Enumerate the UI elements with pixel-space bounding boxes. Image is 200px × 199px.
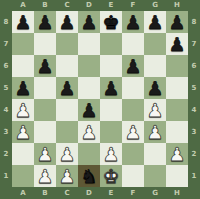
rank-label-1: 1	[188, 165, 200, 187]
square-e5[interactable]: ♟	[100, 77, 122, 99]
square-f3[interactable]: ♟	[122, 121, 144, 143]
white-pawn[interactable]: ♟	[146, 99, 163, 121]
square-g1[interactable]	[144, 165, 166, 187]
white-pawn[interactable]: ♟	[146, 121, 163, 143]
white-pawn[interactable]: ♟	[58, 165, 75, 187]
white-pawn[interactable]: ♟	[58, 143, 75, 165]
square-c4[interactable]	[56, 99, 78, 121]
rank-label-4: 4	[0, 99, 12, 121]
white-pawn[interactable]: ♟	[36, 143, 53, 165]
black-pawn[interactable]: ♟	[124, 11, 141, 33]
rank-label-1: 1	[0, 165, 12, 187]
rank-label-2: 2	[188, 143, 200, 165]
file-label-g: G	[144, 0, 166, 11]
file-label-f: F	[122, 0, 144, 11]
square-c1[interactable]: ♟	[56, 165, 78, 187]
square-b6[interactable]: ♟	[34, 55, 56, 77]
rank-label-5: 5	[188, 77, 200, 99]
file-label-e: E	[100, 187, 122, 199]
file-label-b: B	[34, 187, 56, 199]
square-a3[interactable]: ♟	[12, 121, 34, 143]
square-c7[interactable]	[56, 33, 78, 55]
white-pawn[interactable]: ♟	[124, 121, 141, 143]
rank-label-8: 8	[188, 11, 200, 33]
square-c3[interactable]	[56, 121, 78, 143]
square-d3[interactable]: ♟	[78, 121, 100, 143]
square-e4[interactable]	[100, 99, 122, 121]
black-pawn[interactable]: ♟	[80, 11, 97, 33]
rank-label-3: 3	[188, 121, 200, 143]
square-h3[interactable]	[166, 121, 188, 143]
black-pawn[interactable]: ♟	[36, 11, 53, 33]
square-g3[interactable]: ♟	[144, 121, 166, 143]
square-d2[interactable]	[78, 143, 100, 165]
square-a8[interactable]: ♟	[12, 11, 34, 33]
square-e2[interactable]: ♟	[100, 143, 122, 165]
square-b5[interactable]	[34, 77, 56, 99]
square-e8[interactable]: ♚	[100, 11, 122, 33]
rank-label-5: 5	[0, 77, 12, 99]
black-pawn[interactable]: ♟	[80, 99, 97, 121]
square-f8[interactable]: ♟	[122, 11, 144, 33]
black-king[interactable]: ♚	[102, 11, 119, 33]
square-f4[interactable]	[122, 99, 144, 121]
square-f7[interactable]	[122, 33, 144, 55]
rank-label-6: 6	[0, 55, 12, 77]
square-a1[interactable]	[12, 165, 34, 187]
rank-label-4: 4	[188, 99, 200, 121]
file-label-b: B	[34, 0, 56, 11]
square-b1[interactable]: ♟	[34, 165, 56, 187]
file-label-a: A	[12, 187, 34, 199]
square-b7[interactable]	[34, 33, 56, 55]
square-h8[interactable]: ♟	[166, 11, 188, 33]
square-d5[interactable]	[78, 77, 100, 99]
chess-app: ♟♟♟♟♚♟♟♟♟♟♟♟♟♟♟♟♟♟♟♟♟♟♟♟♟♟♟♟♞♚ AABBCCDDE…	[0, 0, 200, 199]
square-e6[interactable]	[100, 55, 122, 77]
square-c2[interactable]: ♟	[56, 143, 78, 165]
square-h1[interactable]	[166, 165, 188, 187]
square-g8[interactable]: ♟	[144, 11, 166, 33]
square-g7[interactable]	[144, 33, 166, 55]
square-h6[interactable]	[166, 55, 188, 77]
rank-label-2: 2	[0, 143, 12, 165]
square-e7[interactable]	[100, 33, 122, 55]
black-pawn[interactable]: ♟	[58, 77, 75, 99]
square-h2[interactable]: ♟	[166, 143, 188, 165]
square-d6[interactable]	[78, 55, 100, 77]
white-pawn[interactable]: ♟	[168, 143, 185, 165]
file-label-h: H	[166, 0, 188, 11]
square-f1[interactable]	[122, 165, 144, 187]
file-label-d: D	[78, 0, 100, 11]
square-d7[interactable]	[78, 33, 100, 55]
file-label-c: C	[56, 187, 78, 199]
file-label-f: F	[122, 187, 144, 199]
square-f6[interactable]: ♟	[122, 55, 144, 77]
square-e3[interactable]	[100, 121, 122, 143]
black-knight[interactable]: ♞	[80, 165, 97, 187]
black-pawn[interactable]: ♟	[14, 11, 31, 33]
square-g5[interactable]: ♟	[144, 77, 166, 99]
black-pawn[interactable]: ♟	[36, 55, 53, 77]
square-f2[interactable]	[122, 143, 144, 165]
file-label-g: G	[144, 187, 166, 199]
square-h5[interactable]	[166, 77, 188, 99]
square-a2[interactable]	[12, 143, 34, 165]
rank-label-6: 6	[188, 55, 200, 77]
file-label-e: E	[100, 0, 122, 11]
black-pawn[interactable]: ♟	[14, 77, 31, 99]
square-b4[interactable]	[34, 99, 56, 121]
square-c5[interactable]: ♟	[56, 77, 78, 99]
file-label-c: C	[56, 0, 78, 11]
white-pawn[interactable]: ♟	[14, 121, 31, 143]
square-c8[interactable]: ♟	[56, 11, 78, 33]
square-g4[interactable]: ♟	[144, 99, 166, 121]
chess-board: ♟♟♟♟♚♟♟♟♟♟♟♟♟♟♟♟♟♟♟♟♟♟♟♟♟♟♟♟♞♚	[12, 11, 188, 187]
black-pawn[interactable]: ♟	[168, 11, 185, 33]
rank-label-7: 7	[0, 33, 12, 55]
square-a4[interactable]: ♟	[12, 99, 34, 121]
black-pawn[interactable]: ♟	[58, 11, 75, 33]
black-pawn[interactable]: ♟	[124, 55, 141, 77]
black-pawn[interactable]: ♟	[146, 11, 163, 33]
file-label-h: H	[166, 187, 188, 199]
white-pawn[interactable]: ♟	[102, 143, 119, 165]
white-pawn[interactable]: ♟	[36, 165, 53, 187]
square-b8[interactable]: ♟	[34, 11, 56, 33]
white-king[interactable]: ♚	[102, 165, 119, 187]
file-label-d: D	[78, 187, 100, 199]
square-h4[interactable]	[166, 99, 188, 121]
square-b3[interactable]	[34, 121, 56, 143]
white-pawn[interactable]: ♟	[80, 121, 97, 143]
square-e1[interactable]: ♚	[100, 165, 122, 187]
square-b2[interactable]: ♟	[34, 143, 56, 165]
rank-label-7: 7	[188, 33, 200, 55]
square-a7[interactable]	[12, 33, 34, 55]
square-f5[interactable]	[122, 77, 144, 99]
square-d1[interactable]: ♞	[78, 165, 100, 187]
square-d8[interactable]: ♟	[78, 11, 100, 33]
black-pawn[interactable]: ♟	[168, 33, 185, 55]
square-a5[interactable]: ♟	[12, 77, 34, 99]
square-d4[interactable]: ♟	[78, 99, 100, 121]
black-pawn[interactable]: ♟	[102, 77, 119, 99]
square-g6[interactable]	[144, 55, 166, 77]
black-pawn[interactable]: ♟	[146, 77, 163, 99]
square-h7[interactable]: ♟	[166, 33, 188, 55]
rank-label-8: 8	[0, 11, 12, 33]
square-g2[interactable]	[144, 143, 166, 165]
file-label-a: A	[12, 0, 34, 11]
white-pawn[interactable]: ♟	[14, 99, 31, 121]
square-c6[interactable]	[56, 55, 78, 77]
square-a6[interactable]	[12, 55, 34, 77]
rank-label-3: 3	[0, 121, 12, 143]
